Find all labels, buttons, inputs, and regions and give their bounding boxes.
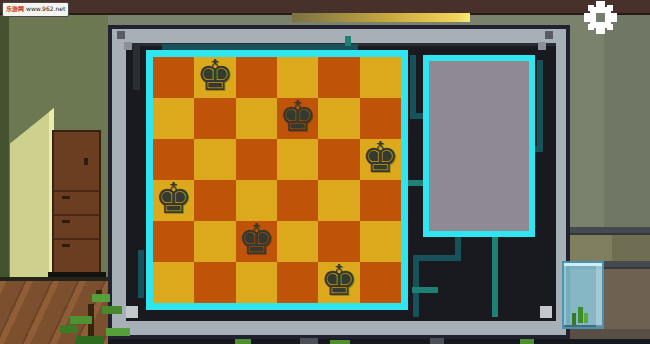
queen-piece[interactable]: ♚: [361, 137, 399, 179]
cabinet-divider: [54, 190, 99, 192]
aquarium-plant: [584, 313, 588, 323]
board-cell-e6[interactable]: [318, 57, 359, 98]
plant-leaf: [70, 316, 92, 324]
plant-leaf: [60, 325, 78, 333]
board-cell-b1[interactable]: [194, 262, 235, 303]
board-cell-b3[interactable]: [194, 180, 235, 221]
plant-leaf: [102, 306, 122, 314]
board-cell-f6[interactable]: [360, 57, 401, 98]
aquarium: [562, 261, 604, 329]
plant-leaf: [76, 336, 104, 344]
wall-light-reflection: [292, 13, 470, 22]
board-cell-b4[interactable]: [194, 139, 235, 180]
board-cell-e3[interactable]: [318, 180, 359, 221]
board-cell-c6[interactable]: [236, 57, 277, 98]
board-cell-f4[interactable]: ♚: [360, 139, 401, 180]
board-cell-d5[interactable]: ♚: [277, 98, 318, 139]
screen-info-panel: [423, 55, 535, 237]
circuit-trace: [413, 255, 419, 317]
circuit-trace: [410, 113, 424, 119]
queen-piece[interactable]: ♚: [320, 260, 358, 302]
board-cell-f2[interactable]: [360, 221, 401, 262]
frame-screw: [117, 31, 125, 39]
cabinet: [52, 130, 101, 274]
board-cell-a3[interactable]: ♚: [153, 180, 194, 221]
cabinet-drawer-handle: [62, 196, 70, 199]
board-cell-c1[interactable]: [236, 262, 277, 303]
board-cell-f3[interactable]: [360, 180, 401, 221]
aquarium-plant: [572, 313, 576, 325]
board-cell-b2[interactable]: [194, 221, 235, 262]
board-cell-e5[interactable]: [318, 98, 359, 139]
queen-piece[interactable]: ♚: [155, 178, 193, 220]
board-cell-e4[interactable]: [318, 139, 359, 180]
circuit-trace: [537, 60, 543, 152]
monitor-foot: [430, 338, 444, 344]
board-cell-b5[interactable]: [194, 98, 235, 139]
board-cell-e1[interactable]: ♚: [318, 262, 359, 303]
screen-corner-accent: [540, 306, 552, 318]
board-cell-f1[interactable]: [360, 262, 401, 303]
aquarium-plant: [578, 307, 583, 323]
board-cell-c4[interactable]: [236, 139, 277, 180]
board-cell-d4[interactable]: [277, 139, 318, 180]
queen-piece[interactable]: ♚: [279, 96, 317, 138]
board-cell-a5[interactable]: [153, 98, 194, 139]
wall-rail-top: [570, 227, 650, 235]
screen-corner-accent: [126, 306, 138, 318]
queen-piece[interactable]: ♚: [196, 55, 234, 97]
watermark-url: www.962.net: [26, 5, 65, 12]
board-cell-a6[interactable]: [153, 57, 194, 98]
watermark-site-name: 乐游网: [6, 5, 24, 12]
circuit-trace: [413, 255, 461, 261]
board-cell-d3[interactable]: [277, 180, 318, 221]
puzzle-board[interactable]: ♚♚♚♚♚♚: [146, 50, 408, 310]
board-cell-c5[interactable]: [236, 98, 277, 139]
frame-screw: [124, 42, 132, 50]
board-cell-d2[interactable]: [277, 221, 318, 262]
cabinet-drawer-handle: [62, 220, 70, 223]
grass-tuft: [330, 340, 350, 344]
frame-screw: [538, 42, 546, 50]
queen-piece[interactable]: ♚: [237, 219, 275, 261]
monitor-foot: [300, 338, 318, 344]
circuit-trace: [492, 237, 498, 317]
wall-shadow: [604, 13, 650, 227]
cabinet-divider: [54, 238, 99, 240]
circuit-trace: [138, 250, 144, 298]
plant-leaf: [106, 328, 130, 336]
board-cell-c2[interactable]: ♚: [236, 221, 277, 262]
grass-tuft: [520, 339, 534, 344]
game-scene: ♚♚♚♚♚♚ 乐游网www.962.net: [0, 0, 650, 344]
board-cell-b6[interactable]: ♚: [194, 57, 235, 98]
circuit-trace: [410, 55, 416, 119]
board-cell-a1[interactable]: [153, 262, 194, 303]
circuit-trace: [412, 287, 438, 293]
cabinet-door-handle: [84, 158, 88, 165]
circuit-trace: [407, 180, 423, 186]
circuit-trace: [133, 46, 140, 90]
grass-tuft: [235, 339, 251, 344]
monitor-shadow: [108, 339, 650, 344]
cabinet-divider: [54, 214, 99, 216]
board-cell-a2[interactable]: [153, 221, 194, 262]
sideboard-shadow: [612, 235, 650, 261]
plant-leaf: [92, 294, 110, 302]
board-cell-d1[interactable]: [277, 262, 318, 303]
cabinet-drawer-handle: [62, 244, 70, 247]
site-badge[interactable]: 乐游网www.962.net: [2, 2, 69, 17]
frame-screw: [545, 31, 553, 39]
circuit-trace: [345, 36, 351, 46]
gear-icon[interactable]: [584, 1, 617, 34]
